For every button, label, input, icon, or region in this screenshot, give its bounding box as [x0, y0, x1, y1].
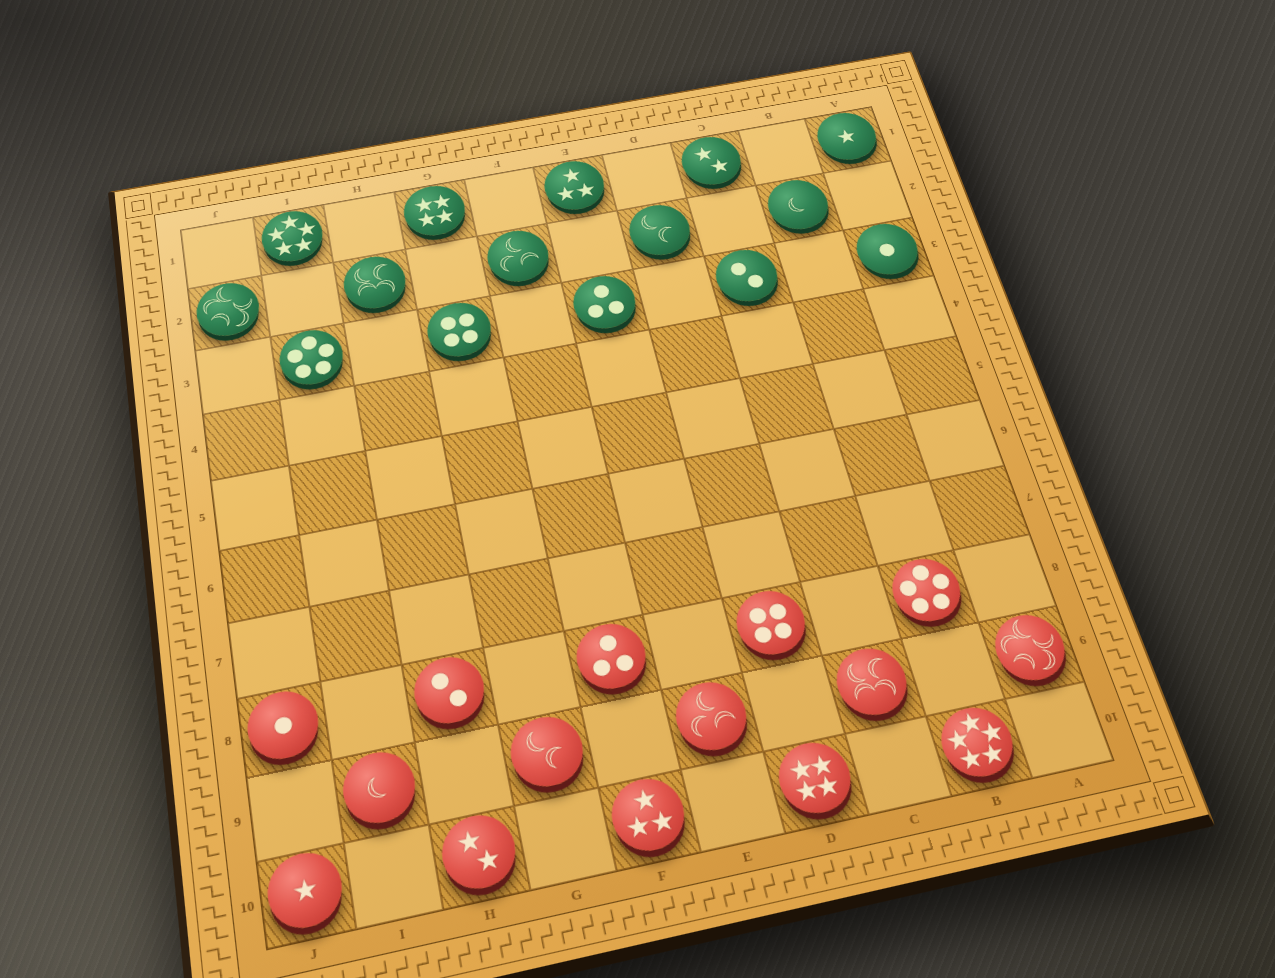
- star-pip-icon: ★: [707, 155, 733, 177]
- dot-pip-icon: ●: [285, 345, 305, 365]
- dot-pip-icon: ●: [446, 684, 469, 709]
- dot-pip-icon: ●: [771, 618, 795, 642]
- piece-red-dot-2[interactable]: ●●: [409, 651, 490, 730]
- dot-pip-icon: ●: [456, 309, 477, 329]
- star-pip-icon: ★: [975, 717, 1008, 749]
- star-pip-icon: ★: [691, 143, 717, 165]
- dot-pip-icon: ●: [316, 339, 336, 359]
- star-pip-icon: ★: [833, 126, 859, 148]
- star-pip-icon: ★: [647, 804, 678, 837]
- star-pip-icon: ★: [942, 724, 975, 756]
- piece-green-moon-5[interactable]: ☾☾☾☾☾: [194, 278, 263, 341]
- moon-pip-icon: ☾: [1006, 647, 1040, 680]
- dot-pip-icon: ●: [293, 360, 313, 381]
- piece-green-moon-4[interactable]: ☾☾☾☾: [340, 252, 410, 313]
- piece-green-dot-2[interactable]: ●●: [710, 245, 785, 306]
- piece-red-star-1[interactable]: ★: [264, 846, 347, 935]
- moon-pip-icon: ☾: [195, 293, 230, 322]
- label-spacer: [238, 949, 271, 978]
- piece-green-moon-2[interactable]: ☾☾: [623, 200, 695, 259]
- piece-red-moon-4[interactable]: ☾☾☾☾: [829, 642, 916, 721]
- moon-pip-icon: ☾: [350, 278, 383, 305]
- piece-green-star-1[interactable]: ★: [810, 109, 882, 165]
- dot-pip-icon: ●: [876, 240, 898, 259]
- star-pip-icon: ★: [454, 825, 484, 859]
- moon-pip-icon: ☾: [867, 672, 903, 705]
- piece-red-moon-2[interactable]: ☾☾: [505, 710, 589, 792]
- piece-green-dot-4[interactable]: ●●●●: [423, 298, 495, 361]
- moon-pip-icon: ☾: [368, 275, 401, 301]
- piece-green-dot-5[interactable]: ●●●●●: [276, 325, 347, 390]
- dot-pip-icon: ●: [908, 593, 933, 617]
- moon-pip-icon: ☾: [686, 710, 717, 743]
- dot-pip-icon: ●: [896, 576, 921, 600]
- moon-pip-icon: ☾: [781, 191, 814, 218]
- moon-pip-icon: ☾: [518, 722, 556, 760]
- star-pip-icon: ★: [272, 237, 296, 260]
- star-pip-icon: ★: [785, 753, 817, 785]
- star-pip-icon: ★: [976, 738, 1009, 770]
- moon-pip-icon: ☾: [688, 683, 726, 720]
- piece-red-moon-1[interactable]: ☾: [338, 746, 420, 830]
- moon-pip-icon: ☾: [864, 653, 894, 685]
- dot-pip-icon: ●: [313, 356, 333, 377]
- dot-pip-icon: ●: [908, 560, 933, 583]
- star-pip-icon: ★: [791, 774, 823, 807]
- star-pip-icon: ★: [573, 179, 598, 201]
- moon-pip-icon: ☾: [1031, 644, 1058, 673]
- piece-green-star-4[interactable]: ★★★★: [400, 182, 469, 241]
- moon-pip-icon: ☾: [495, 252, 523, 277]
- dot-pip-icon: ●: [613, 649, 637, 674]
- piece-green-dot-3[interactable]: ●●●: [568, 271, 642, 333]
- dot-pip-icon: ●: [272, 712, 295, 738]
- piece-red-moon-3[interactable]: ☾☾☾: [669, 676, 754, 757]
- moon-pip-icon: ☾: [846, 676, 884, 711]
- piece-red-star-5[interactable]: ★★★★★: [932, 702, 1022, 784]
- piece-red-star-4[interactable]: ★★★★: [770, 737, 858, 821]
- star-pip-icon: ★: [290, 873, 320, 907]
- moon-pip-icon: ☾: [367, 260, 396, 285]
- piece-red-star-2[interactable]: ★★: [436, 809, 521, 896]
- moon-pip-icon: ☾: [839, 655, 877, 692]
- moon-pip-icon: ☾: [654, 223, 681, 247]
- moon-pip-icon: ☾: [203, 309, 237, 335]
- star-pip-icon: ★: [291, 233, 315, 256]
- star-pip-icon: ★: [811, 770, 843, 803]
- star-pip-icon: ★: [432, 205, 457, 228]
- dot-pip-icon: ●: [299, 332, 319, 352]
- dot-pip-icon: ●: [928, 589, 953, 613]
- dot-pip-icon: ●: [438, 313, 459, 333]
- dot-pip-icon: ●: [459, 325, 480, 345]
- dot-pip-icon: ●: [441, 329, 462, 349]
- piece-green-star-2[interactable]: ★★: [676, 133, 747, 190]
- piece-red-dot-5[interactable]: ●●●●●: [884, 553, 969, 628]
- star-pip-icon: ★: [806, 749, 838, 781]
- dot-pip-icon: ●: [428, 668, 451, 693]
- piece-green-moon-3[interactable]: ☾☾☾: [483, 226, 554, 286]
- corner-motif-top-right: [880, 60, 912, 84]
- moon-pip-icon: ☾: [513, 247, 546, 273]
- piece-green-dot-1[interactable]: ●: [849, 219, 925, 279]
- dot-pip-icon: ●: [928, 569, 953, 593]
- moon-pip-icon: ☾: [1004, 611, 1042, 646]
- moon-pip-icon: ☾: [229, 290, 258, 314]
- star-pip-icon: ★: [559, 164, 584, 186]
- piece-green-star-5[interactable]: ★★★★★: [258, 207, 326, 267]
- piece-red-dot-1[interactable]: ●: [244, 685, 323, 766]
- piece-red-star-3[interactable]: ★★★: [605, 772, 692, 857]
- moon-pip-icon: ☾: [360, 768, 399, 807]
- dot-pip-icon: ●: [751, 622, 775, 646]
- moon-pip-icon: ☾: [992, 627, 1029, 663]
- table-surface: ┌┘┌┘┌┘┌┘┌┘┌┘┌┘┌┘┌┘┌┘┌┘┌┘┌┘┌┘┌┘┌┘┌┘┌┘┌┘┌┘…: [150, 8, 1110, 968]
- dot-pip-icon: ●: [765, 599, 789, 623]
- star-pip-icon: ★: [623, 810, 654, 843]
- moon-pip-icon: ☾: [226, 307, 253, 330]
- star-pip-icon: ★: [278, 211, 302, 234]
- piece-red-dot-3[interactable]: ●●●: [570, 617, 652, 695]
- moon-pip-icon: ☾: [499, 231, 532, 259]
- star-pip-icon: ★: [629, 783, 660, 816]
- moon-pip-icon: ☾: [1026, 623, 1062, 653]
- star-pip-icon: ★: [473, 842, 504, 876]
- board-perspective-wrapper: ┌┘┌┘┌┘┌┘┌┘┌┘┌┘┌┘┌┘┌┘┌┘┌┘┌┘┌┘┌┘┌┘┌┘┌┘┌┘┌┘…: [108, 51, 1215, 978]
- star-pip-icon: ★: [954, 743, 987, 775]
- star-pip-icon: ★: [412, 193, 437, 216]
- dot-pip-icon: ●: [745, 603, 769, 627]
- moon-pip-icon: ☾: [706, 704, 744, 739]
- star-pip-icon: ★: [954, 707, 986, 738]
- dot-pip-icon: ●: [590, 654, 614, 679]
- star-pip-icon: ★: [429, 190, 454, 213]
- game-board: ┌┘┌┘┌┘┌┘┌┘┌┘┌┘┌┘┌┘┌┘┌┘┌┘┌┘┌┘┌┘┌┘┌┘┌┘┌┘┌┘…: [108, 51, 1215, 978]
- moon-pip-icon: ☾: [347, 262, 380, 290]
- moon-pip-icon: ☾: [540, 741, 572, 775]
- dot-pip-icon: ●: [727, 258, 749, 277]
- moon-pip-icon: ☾: [210, 280, 242, 309]
- dot-pip-icon: ●: [744, 271, 766, 290]
- dot-pip-icon: ●: [585, 301, 606, 321]
- dot-pip-icon: ●: [596, 630, 620, 654]
- star-pip-icon: ★: [415, 208, 440, 231]
- piece-green-moon-1[interactable]: ☾: [761, 175, 835, 233]
- dot-pip-icon: ●: [591, 281, 612, 301]
- star-pip-icon: ★: [553, 182, 578, 204]
- piece-green-star-3[interactable]: ★★★: [539, 157, 609, 215]
- moon-pip-icon: ☾: [634, 209, 667, 236]
- dot-pip-icon: ●: [606, 297, 627, 317]
- piece-red-dot-4[interactable]: ●●●●: [729, 585, 813, 661]
- corner-motif-top-left: [123, 193, 153, 220]
- star-pip-icon: ★: [264, 223, 288, 246]
- star-pip-icon: ★: [294, 218, 318, 241]
